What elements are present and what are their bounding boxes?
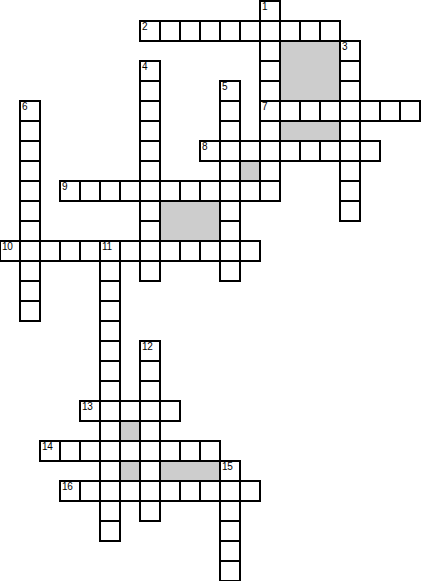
cell-r9-c8[interactable] [160,181,180,201]
cell-r1-c16[interactable] [320,21,340,41]
cell-r5-c11[interactable] [220,101,240,121]
cell-r13-c5[interactable] [100,261,120,281]
cell-r4-c13[interactable] [260,81,280,101]
cell-r22-c10[interactable] [200,441,220,461]
cell-r1-c9[interactable] [180,21,200,41]
cell-r7-c13[interactable] [260,141,280,161]
cell-r5-c17[interactable] [340,101,360,121]
cell-r23-c5[interactable] [100,461,120,481]
cell-r24-c12[interactable] [240,481,260,501]
cell-r6-c7[interactable] [140,121,160,141]
cell-r20-c7[interactable] [140,401,160,421]
cell-r7-c11[interactable] [220,141,240,161]
cell-r25-c5[interactable] [100,501,120,521]
cell-r12-c8[interactable] [160,241,180,261]
cell-r6-c13[interactable] [260,121,280,141]
cell-r22-c7[interactable] [140,441,160,461]
cell-r9-c5[interactable] [100,181,120,201]
cell-r1-c10[interactable] [200,21,220,41]
cell-r11-c11[interactable] [220,221,240,241]
cell-r20-c8[interactable] [160,401,180,421]
cell-r9-c6[interactable] [120,181,140,201]
cell-r5-c18[interactable] [360,101,380,121]
cell-r14-c5[interactable] [100,281,120,301]
cell-r21-c7[interactable] [140,421,160,441]
cell-r6-c1[interactable] [20,121,40,141]
cell-r3-c13[interactable] [260,61,280,81]
cell-r24-c7[interactable] [140,481,160,501]
cell-r13-c11[interactable] [220,261,240,281]
gray-block-0 [280,41,340,101]
cell-r27-c11[interactable] [220,541,240,561]
cell-r23-c7[interactable] [140,461,160,481]
clue-number-13: 13 [82,401,93,412]
cell-r12-c2[interactable] [40,241,60,261]
cell-r22-c6[interactable] [120,441,140,461]
clue-number-5: 5 [222,81,228,92]
cell-r14-c1[interactable] [20,281,40,301]
clue-number-9: 9 [62,181,68,192]
cell-r4-c7[interactable] [140,81,160,101]
cell-r12-c1[interactable] [20,241,40,261]
cell-r8-c7[interactable] [140,161,160,181]
cell-r24-c8[interactable] [160,481,180,501]
cell-r5-c19[interactable] [380,101,400,121]
cell-r20-c5[interactable] [100,401,120,421]
cell-r9-c11[interactable] [220,181,240,201]
cell-r12-c9[interactable] [180,241,200,261]
cell-r21-c5[interactable] [100,421,120,441]
clue-number-10: 10 [2,241,13,252]
cell-r5-c14[interactable] [280,101,300,121]
cell-r8-c11[interactable] [220,161,240,181]
cell-r17-c5[interactable] [100,341,120,361]
cell-r25-c11[interactable] [220,501,240,521]
cell-r12-c6[interactable] [120,241,140,261]
cell-r22-c3[interactable] [60,441,80,461]
cell-r22-c4[interactable] [80,441,100,461]
cell-r22-c9[interactable] [180,441,200,461]
cell-r5-c7[interactable] [140,101,160,121]
cell-r22-c8[interactable] [160,441,180,461]
cell-r9-c9[interactable] [180,181,200,201]
gray-block-4 [120,421,140,441]
cell-r12-c12[interactable] [240,241,260,261]
cell-r5-c16[interactable] [320,101,340,121]
clue-number-14: 14 [42,441,53,452]
cell-r12-c11[interactable] [220,241,240,261]
cell-r7-c16[interactable] [320,141,340,161]
cell-r1-c15[interactable] [300,21,320,41]
cell-r8-c17[interactable] [340,161,360,181]
cell-r26-c11[interactable] [220,521,240,541]
cell-r3-c17[interactable] [340,61,360,81]
clue-number-11: 11 [102,241,112,252]
clue-number-12: 12 [142,341,153,352]
cell-r8-c1[interactable] [20,161,40,181]
cell-r1-c14[interactable] [280,21,300,41]
clue-number-3: 3 [342,41,348,52]
cell-r7-c14[interactable] [280,141,300,161]
cell-r9-c10[interactable] [200,181,220,201]
gray-block-5 [120,461,140,481]
cell-r24-c4[interactable] [80,481,100,501]
cell-r13-c7[interactable] [140,261,160,281]
clue-number-4: 4 [142,61,148,72]
cell-r15-c5[interactable] [100,301,120,321]
cell-r19-c5[interactable] [100,381,120,401]
crossword-puzzle: 12345678910111213141516 [0,0,421,581]
gray-block-3 [160,201,220,241]
cell-r5-c20[interactable] [400,101,420,121]
clue-number-8: 8 [202,141,208,152]
cell-r9-c12[interactable] [240,181,260,201]
cell-r7-c7[interactable] [140,141,160,161]
cell-r20-c6[interactable] [120,401,140,421]
cell-r5-c15[interactable] [300,101,320,121]
cell-r24-c9[interactable] [180,481,200,501]
cell-r18-c7[interactable] [140,361,160,381]
cell-r25-c7[interactable] [140,501,160,521]
cell-r9-c1[interactable] [20,181,40,201]
cell-r7-c17[interactable] [340,141,360,161]
cell-r1-c12[interactable] [240,21,260,41]
clue-number-6: 6 [22,101,28,112]
cell-r7-c18[interactable] [360,141,380,161]
clue-number-15: 15 [222,461,233,472]
cell-r1-c8[interactable] [160,21,180,41]
clue-number-16: 16 [62,481,73,492]
cell-r26-c5[interactable] [100,521,120,541]
cell-r10-c17[interactable] [340,201,360,221]
cell-r28-c11[interactable] [220,561,240,581]
cell-r22-c5[interactable] [100,441,120,461]
cell-r24-c11[interactable] [220,481,240,501]
cell-r12-c3[interactable] [60,241,80,261]
gray-block-1 [280,121,340,141]
cell-r8-c13[interactable] [260,161,280,181]
cell-r9-c4[interactable] [80,181,100,201]
cell-r24-c10[interactable] [200,481,220,501]
cell-r11-c1[interactable] [20,221,40,241]
cell-r12-c7[interactable] [140,241,160,261]
cell-r6-c17[interactable] [340,121,360,141]
gray-block-6 [160,461,220,481]
cell-r1-c13[interactable] [260,21,280,41]
cell-r9-c17[interactable] [340,181,360,201]
cell-r24-c5[interactable] [100,481,120,501]
cell-r7-c12[interactable] [240,141,260,161]
cell-r7-c15[interactable] [300,141,320,161]
cell-r6-c11[interactable] [220,121,240,141]
cell-r9-c7[interactable] [140,181,160,201]
cell-r18-c5[interactable] [100,361,120,381]
cell-r12-c4[interactable] [80,241,100,261]
cell-r16-c5[interactable] [100,321,120,341]
cell-r24-c6[interactable] [120,481,140,501]
cell-r4-c17[interactable] [340,81,360,101]
clue-number-7: 7 [262,101,268,112]
clue-number-2: 2 [142,21,148,32]
cell-r19-c7[interactable] [140,381,160,401]
cell-r13-c1[interactable] [20,261,40,281]
gray-block-2 [240,161,260,181]
cell-r15-c1[interactable] [20,301,40,321]
cell-r10-c1[interactable] [20,201,40,221]
cell-r10-c11[interactable] [220,201,240,221]
cell-r9-c13[interactable] [260,181,280,201]
cell-r11-c7[interactable] [140,221,160,241]
crossword-board: 12345678910111213141516 [0,0,421,581]
cell-r10-c7[interactable] [140,201,160,221]
clue-number-1: 1 [262,1,268,12]
cell-r2-c13[interactable] [260,41,280,61]
cell-r12-c10[interactable] [200,241,220,261]
cell-r1-c11[interactable] [220,21,240,41]
cell-r7-c1[interactable] [20,141,40,161]
